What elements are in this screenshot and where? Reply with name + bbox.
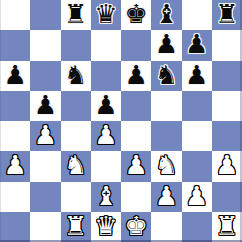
square-c7[interactable] bbox=[61, 30, 91, 60]
square-c8[interactable]: ♜ bbox=[61, 0, 91, 30]
square-h7[interactable] bbox=[212, 30, 242, 60]
square-d3[interactable] bbox=[91, 151, 121, 181]
square-b1[interactable] bbox=[30, 212, 60, 242]
square-g6[interactable]: ♟ bbox=[182, 61, 212, 91]
square-c5[interactable] bbox=[61, 91, 91, 121]
square-h4[interactable] bbox=[212, 121, 242, 151]
square-a6[interactable]: ♟ bbox=[0, 61, 30, 91]
square-g4[interactable] bbox=[182, 121, 212, 151]
square-a4[interactable] bbox=[0, 121, 30, 151]
square-b3[interactable] bbox=[30, 151, 60, 181]
square-d7[interactable] bbox=[91, 30, 121, 60]
white-pawn-piece[interactable]: ♟ bbox=[3, 152, 26, 178]
square-b6[interactable] bbox=[30, 61, 60, 91]
black-knight-piece[interactable]: ♞ bbox=[64, 62, 87, 88]
square-e4[interactable] bbox=[121, 121, 151, 151]
white-pawn-piece[interactable]: ♟ bbox=[185, 183, 208, 209]
square-h6[interactable] bbox=[212, 61, 242, 91]
square-c1[interactable]: ♜ bbox=[61, 212, 91, 242]
square-c2[interactable] bbox=[61, 182, 91, 212]
square-a8[interactable] bbox=[0, 0, 30, 30]
black-queen-piece[interactable]: ♛ bbox=[94, 1, 117, 27]
black-king-piece[interactable]: ♚ bbox=[124, 1, 147, 27]
chess-board: ♜♛♚♝♜♟♟♟♞♟♞♟♟♟♟♟♟♞♟♞♟♝♟♟♜♛♚♜ bbox=[0, 0, 242, 242]
square-c4[interactable] bbox=[61, 121, 91, 151]
black-knight-piece[interactable]: ♞ bbox=[155, 62, 178, 88]
black-rook-piece[interactable]: ♜ bbox=[64, 1, 87, 27]
white-knight-piece[interactable]: ♞ bbox=[64, 152, 87, 178]
black-pawn-piece[interactable]: ♟ bbox=[94, 92, 117, 118]
white-pawn-piece[interactable]: ♟ bbox=[124, 152, 147, 178]
square-g1[interactable] bbox=[182, 212, 212, 242]
square-e3[interactable]: ♟ bbox=[121, 151, 151, 181]
square-b5[interactable]: ♟ bbox=[30, 91, 60, 121]
square-f2[interactable]: ♟ bbox=[151, 182, 181, 212]
square-d4[interactable]: ♟ bbox=[91, 121, 121, 151]
square-b4[interactable]: ♟ bbox=[30, 121, 60, 151]
square-e8[interactable]: ♚ bbox=[121, 0, 151, 30]
black-pawn-piece[interactable]: ♟ bbox=[124, 62, 147, 88]
square-c6[interactable]: ♞ bbox=[61, 61, 91, 91]
white-pawn-piece[interactable]: ♟ bbox=[34, 122, 57, 148]
square-a1[interactable] bbox=[0, 212, 30, 242]
square-h3[interactable]: ♟ bbox=[212, 151, 242, 181]
black-pawn-piece[interactable]: ♟ bbox=[3, 62, 26, 88]
square-d5[interactable]: ♟ bbox=[91, 91, 121, 121]
square-b2[interactable] bbox=[30, 182, 60, 212]
square-e1[interactable]: ♚ bbox=[121, 212, 151, 242]
black-pawn-piece[interactable]: ♟ bbox=[34, 92, 57, 118]
square-f4[interactable] bbox=[151, 121, 181, 151]
square-f8[interactable]: ♝ bbox=[151, 0, 181, 30]
square-g8[interactable] bbox=[182, 0, 212, 30]
white-rook-piece[interactable]: ♜ bbox=[215, 213, 238, 239]
black-bishop-piece[interactable]: ♝ bbox=[155, 1, 178, 27]
white-pawn-piece[interactable]: ♟ bbox=[94, 122, 117, 148]
square-a2[interactable] bbox=[0, 182, 30, 212]
square-d1[interactable]: ♛ bbox=[91, 212, 121, 242]
square-d8[interactable]: ♛ bbox=[91, 0, 121, 30]
white-bishop-piece[interactable]: ♝ bbox=[94, 183, 117, 209]
square-d6[interactable] bbox=[91, 61, 121, 91]
white-pawn-piece[interactable]: ♟ bbox=[155, 183, 178, 209]
white-pawn-piece[interactable]: ♟ bbox=[215, 152, 238, 178]
square-f5[interactable] bbox=[151, 91, 181, 121]
square-h8[interactable]: ♜ bbox=[212, 0, 242, 30]
white-knight-piece[interactable]: ♞ bbox=[155, 152, 178, 178]
square-a5[interactable] bbox=[0, 91, 30, 121]
square-f3[interactable]: ♞ bbox=[151, 151, 181, 181]
white-rook-piece[interactable]: ♜ bbox=[64, 213, 87, 239]
black-pawn-piece[interactable]: ♟ bbox=[185, 31, 208, 57]
square-f6[interactable]: ♞ bbox=[151, 61, 181, 91]
square-h1[interactable]: ♜ bbox=[212, 212, 242, 242]
square-g2[interactable]: ♟ bbox=[182, 182, 212, 212]
square-g7[interactable]: ♟ bbox=[182, 30, 212, 60]
square-a7[interactable] bbox=[0, 30, 30, 60]
square-e6[interactable]: ♟ bbox=[121, 61, 151, 91]
square-g3[interactable] bbox=[182, 151, 212, 181]
white-queen-piece[interactable]: ♛ bbox=[94, 213, 117, 239]
square-b7[interactable] bbox=[30, 30, 60, 60]
square-h5[interactable] bbox=[212, 91, 242, 121]
square-f1[interactable] bbox=[151, 212, 181, 242]
white-king-piece[interactable]: ♚ bbox=[124, 213, 147, 239]
black-pawn-piece[interactable]: ♟ bbox=[185, 62, 208, 88]
square-a3[interactable]: ♟ bbox=[0, 151, 30, 181]
black-rook-piece[interactable]: ♜ bbox=[215, 1, 238, 27]
square-e7[interactable] bbox=[121, 30, 151, 60]
square-f7[interactable]: ♟ bbox=[151, 30, 181, 60]
square-h2[interactable] bbox=[212, 182, 242, 212]
square-b8[interactable] bbox=[30, 0, 60, 30]
square-d2[interactable]: ♝ bbox=[91, 182, 121, 212]
black-pawn-piece[interactable]: ♟ bbox=[155, 31, 178, 57]
square-e2[interactable] bbox=[121, 182, 151, 212]
square-g5[interactable] bbox=[182, 91, 212, 121]
chess-board-grid: ♜♛♚♝♜♟♟♟♞♟♞♟♟♟♟♟♟♞♟♞♟♝♟♟♜♛♚♜ bbox=[0, 0, 242, 242]
square-c3[interactable]: ♞ bbox=[61, 151, 91, 181]
square-e5[interactable] bbox=[121, 91, 151, 121]
